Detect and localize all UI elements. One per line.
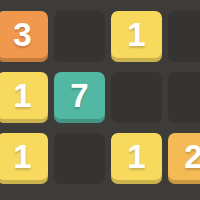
tile-number: 2 <box>184 140 200 173</box>
empty-cell <box>168 11 200 62</box>
tile-number: 3 <box>13 18 31 51</box>
empty-cell <box>111 72 162 123</box>
tile-number: 1 <box>13 79 31 112</box>
empty-cell <box>54 11 105 62</box>
tile-number: 1 <box>127 140 145 173</box>
tile-2[interactable]: 2 <box>168 133 200 184</box>
tile-1[interactable]: 1 <box>111 11 162 62</box>
empty-cell <box>54 133 105 184</box>
tile-number: 1 <box>127 18 145 51</box>
game-screen: 3117112 <box>0 0 200 200</box>
tile-1[interactable]: 1 <box>0 72 48 123</box>
board: 3117112 <box>0 11 200 184</box>
tile-1[interactable]: 1 <box>0 133 48 184</box>
tile-7[interactable]: 7 <box>54 72 105 123</box>
tile-3[interactable]: 3 <box>0 11 48 62</box>
tile-1[interactable]: 1 <box>111 133 162 184</box>
tile-number: 1 <box>13 140 31 173</box>
empty-cell <box>168 72 200 123</box>
tile-number: 7 <box>70 79 88 112</box>
